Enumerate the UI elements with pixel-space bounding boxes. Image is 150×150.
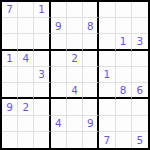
given-digit: 2 (22, 102, 29, 113)
cell-r2c4[interactable]: 9 (51, 18, 67, 34)
cell-r3c3[interactable] (34, 34, 50, 50)
cell-r9c8[interactable] (116, 132, 132, 148)
cell-r2c9[interactable] (132, 18, 148, 34)
cell-r3c6[interactable] (83, 34, 99, 50)
cell-r2c5[interactable] (67, 18, 83, 34)
cell-r4c1[interactable]: 1 (2, 51, 18, 67)
cell-r6c3[interactable] (34, 83, 50, 99)
given-digit: 9 (6, 102, 13, 113)
cell-r9c1[interactable] (2, 132, 18, 148)
given-digit: 5 (137, 135, 144, 146)
cell-r7c7[interactable] (99, 99, 115, 115)
cell-r4c8[interactable] (116, 51, 132, 67)
cell-r2c3[interactable] (34, 18, 50, 34)
cell-r9c3[interactable] (34, 132, 50, 148)
cell-r8c3[interactable] (34, 116, 50, 132)
cell-r5c4[interactable] (51, 67, 67, 83)
cell-r9c7[interactable]: 7 (99, 132, 115, 148)
cell-r3c4[interactable] (51, 34, 67, 50)
cell-r8c1[interactable] (2, 116, 18, 132)
cell-r1c3[interactable]: 1 (34, 2, 50, 18)
cell-r3c2[interactable] (18, 34, 34, 50)
cell-r2c7[interactable] (99, 18, 115, 34)
cell-r5c7[interactable]: 1 (99, 67, 115, 83)
given-digit: 7 (6, 4, 13, 15)
cell-r1c7[interactable] (99, 2, 115, 18)
given-digit: 9 (87, 118, 94, 129)
given-digit: 3 (137, 36, 144, 47)
cell-r6c6[interactable] (83, 83, 99, 99)
cell-r3c8[interactable]: 1 (116, 34, 132, 50)
cell-r9c2[interactable] (18, 132, 34, 148)
cell-r7c1[interactable]: 9 (2, 99, 18, 115)
cell-r8c7[interactable] (99, 116, 115, 132)
cell-r5c9[interactable] (132, 67, 148, 83)
cell-r2c1[interactable] (2, 18, 18, 34)
cell-r3c1[interactable] (2, 34, 18, 50)
cell-r8c5[interactable] (67, 116, 83, 132)
cell-r7c2[interactable]: 2 (18, 99, 34, 115)
cell-r1c5[interactable] (67, 2, 83, 18)
given-digit: 2 (71, 53, 78, 64)
cell-r7c9[interactable] (132, 99, 148, 115)
cell-r2c8[interactable] (116, 18, 132, 34)
cell-r5c3[interactable]: 3 (34, 67, 50, 83)
cell-r5c5[interactable] (67, 67, 83, 83)
given-digit: 6 (137, 85, 144, 96)
cell-r1c9[interactable] (132, 2, 148, 18)
given-digit: 1 (104, 69, 111, 80)
cell-r1c6[interactable] (83, 2, 99, 18)
cell-r6c1[interactable] (2, 83, 18, 99)
cell-r4c2[interactable]: 4 (18, 51, 34, 67)
cell-r4c9[interactable] (132, 51, 148, 67)
cell-r1c8[interactable] (116, 2, 132, 18)
given-digit: 3 (38, 69, 45, 80)
given-digit: 4 (55, 118, 62, 129)
cell-r8c9[interactable] (132, 116, 148, 132)
cell-r5c2[interactable] (18, 67, 34, 83)
given-digit: 9 (55, 21, 62, 32)
cell-r1c4[interactable] (51, 2, 67, 18)
given-digit: 4 (71, 85, 78, 96)
cell-r6c2[interactable] (18, 83, 34, 99)
cell-r3c9[interactable]: 3 (132, 34, 148, 50)
given-digit: 1 (6, 53, 13, 64)
cell-r6c4[interactable] (51, 83, 67, 99)
cell-r1c2[interactable] (18, 2, 34, 18)
cell-r7c5[interactable] (67, 99, 83, 115)
cell-r8c2[interactable] (18, 116, 34, 132)
cell-r9c9[interactable]: 5 (132, 132, 148, 148)
cell-r6c8[interactable]: 8 (116, 83, 132, 99)
given-digit: 1 (120, 36, 127, 47)
cell-r4c7[interactable] (99, 51, 115, 67)
cell-r7c4[interactable] (51, 99, 67, 115)
cell-r4c3[interactable] (34, 51, 50, 67)
cell-r2c2[interactable] (18, 18, 34, 34)
cell-r6c7[interactable] (99, 83, 115, 99)
cell-r3c5[interactable] (67, 34, 83, 50)
cell-r1c1[interactable]: 7 (2, 2, 18, 18)
cell-r7c8[interactable] (116, 99, 132, 115)
cell-r3c7[interactable] (99, 34, 115, 50)
cell-r7c6[interactable] (83, 99, 99, 115)
cell-r5c8[interactable] (116, 67, 132, 83)
cell-r5c6[interactable] (83, 67, 99, 83)
cell-r9c6[interactable] (83, 132, 99, 148)
given-digit: 1 (38, 4, 45, 15)
cell-r9c5[interactable] (67, 132, 83, 148)
given-digit: 8 (87, 21, 94, 32)
cell-r4c6[interactable] (83, 51, 99, 67)
given-digit: 7 (104, 135, 111, 146)
cell-r4c5[interactable]: 2 (67, 51, 83, 67)
cell-r5c1[interactable] (2, 67, 18, 83)
cell-r7c3[interactable] (34, 99, 50, 115)
cell-r6c9[interactable]: 6 (132, 83, 148, 99)
cell-r2c6[interactable]: 8 (83, 18, 99, 34)
cell-r8c4[interactable]: 4 (51, 116, 67, 132)
given-digit: 4 (22, 53, 29, 64)
cell-r4c4[interactable] (51, 51, 67, 67)
cell-r8c8[interactable] (116, 116, 132, 132)
cell-r9c4[interactable] (51, 132, 67, 148)
cell-r6c5[interactable]: 4 (67, 83, 83, 99)
cell-r8c6[interactable]: 9 (83, 116, 99, 132)
sudoku-board: 71981314231486924975 (0, 0, 150, 150)
given-digit: 8 (120, 85, 127, 96)
